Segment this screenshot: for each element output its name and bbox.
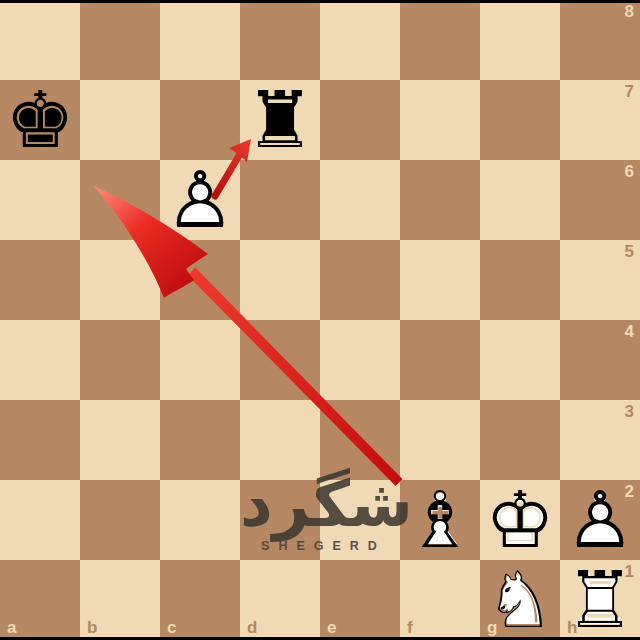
black-rook[interactable]: ♜ <box>240 80 320 160</box>
square-c7[interactable] <box>160 80 240 160</box>
top-border <box>0 0 640 3</box>
square-c8[interactable] <box>160 0 240 80</box>
square-h3[interactable]: 3 <box>560 400 640 480</box>
piece-glyph: ♔ <box>480 480 560 560</box>
square-e7[interactable] <box>320 80 400 160</box>
piece-glyph: ♗ <box>400 480 480 560</box>
square-e1[interactable]: e <box>320 560 400 640</box>
black-king[interactable]: ♚ <box>0 80 80 160</box>
square-h8[interactable]: 8 <box>560 0 640 80</box>
square-b1[interactable]: b <box>80 560 160 640</box>
file-label-a: a <box>7 618 16 638</box>
square-f1[interactable]: f <box>400 560 480 640</box>
piece-glyph: ♜ <box>240 80 320 160</box>
square-g7[interactable] <box>480 80 560 160</box>
square-c5[interactable] <box>160 240 240 320</box>
square-f8[interactable] <box>400 0 480 80</box>
square-h4[interactable]: 4 <box>560 320 640 400</box>
square-g1[interactable]: g♞♘ <box>480 560 560 640</box>
piece-glyph: ♘ <box>480 560 560 640</box>
file-label-c: c <box>167 618 176 638</box>
file-label-b: b <box>87 618 97 638</box>
square-e4[interactable] <box>320 320 400 400</box>
square-c6[interactable]: ♟♙ <box>160 160 240 240</box>
square-f7[interactable] <box>400 80 480 160</box>
chess-board[interactable]: 8♚♜7♟♙6543♝♗♚♔2♟♙abcdefg♞♘h1♜♖ <box>0 0 640 640</box>
square-d1[interactable]: d <box>240 560 320 640</box>
square-g3[interactable] <box>480 400 560 480</box>
piece-glyph: ♖ <box>560 560 640 640</box>
piece-glyph: ♙ <box>560 480 640 560</box>
square-a4[interactable] <box>0 320 80 400</box>
square-a8[interactable] <box>0 0 80 80</box>
file-label-f: f <box>407 618 413 638</box>
square-d5[interactable] <box>240 240 320 320</box>
square-a1[interactable]: a <box>0 560 80 640</box>
rank-label-5: 5 <box>625 242 634 262</box>
square-h6[interactable]: 6 <box>560 160 640 240</box>
square-b7[interactable] <box>80 80 160 160</box>
rank-label-7: 7 <box>625 82 634 102</box>
file-label-d: d <box>247 618 257 638</box>
square-a5[interactable] <box>0 240 80 320</box>
square-b2[interactable] <box>80 480 160 560</box>
square-e6[interactable] <box>320 160 400 240</box>
square-b8[interactable] <box>80 0 160 80</box>
square-g8[interactable] <box>480 0 560 80</box>
square-g4[interactable] <box>480 320 560 400</box>
square-e5[interactable] <box>320 240 400 320</box>
square-h1[interactable]: h1♜♖ <box>560 560 640 640</box>
square-f6[interactable] <box>400 160 480 240</box>
square-c4[interactable] <box>160 320 240 400</box>
chess-diagram: 8♚♜7♟♙6543♝♗♚♔2♟♙abcdefg♞♘h1♜♖ شگرد SHEG… <box>0 0 640 640</box>
square-d3[interactable] <box>240 400 320 480</box>
square-b4[interactable] <box>80 320 160 400</box>
white-rook[interactable]: ♜♖ <box>560 560 640 640</box>
square-e3[interactable] <box>320 400 400 480</box>
square-d2[interactable] <box>240 480 320 560</box>
square-g2[interactable]: ♚♔ <box>480 480 560 560</box>
square-c3[interactable] <box>160 400 240 480</box>
square-f4[interactable] <box>400 320 480 400</box>
square-c2[interactable] <box>160 480 240 560</box>
square-h7[interactable]: 7 <box>560 80 640 160</box>
square-a6[interactable] <box>0 160 80 240</box>
square-f2[interactable]: ♝♗ <box>400 480 480 560</box>
piece-glyph: ♙ <box>160 160 240 240</box>
rank-label-3: 3 <box>625 402 634 422</box>
file-label-e: e <box>327 618 336 638</box>
square-e8[interactable] <box>320 0 400 80</box>
square-b3[interactable] <box>80 400 160 480</box>
rank-label-6: 6 <box>625 162 634 182</box>
square-d7[interactable]: ♜ <box>240 80 320 160</box>
square-f5[interactable] <box>400 240 480 320</box>
square-a2[interactable] <box>0 480 80 560</box>
rank-label-8: 8 <box>625 2 634 22</box>
white-knight[interactable]: ♞♘ <box>480 560 560 640</box>
square-h5[interactable]: 5 <box>560 240 640 320</box>
white-king[interactable]: ♚♔ <box>480 480 560 560</box>
piece-glyph: ♚ <box>0 80 80 160</box>
square-a7[interactable]: ♚ <box>0 80 80 160</box>
square-b5[interactable] <box>80 240 160 320</box>
rank-label-4: 4 <box>625 322 634 342</box>
square-g5[interactable] <box>480 240 560 320</box>
square-d6[interactable] <box>240 160 320 240</box>
square-b6[interactable] <box>80 160 160 240</box>
square-c1[interactable]: c <box>160 560 240 640</box>
square-g6[interactable] <box>480 160 560 240</box>
white-bishop[interactable]: ♝♗ <box>400 480 480 560</box>
white-pawn[interactable]: ♟♙ <box>560 480 640 560</box>
square-f3[interactable] <box>400 400 480 480</box>
square-h2[interactable]: 2♟♙ <box>560 480 640 560</box>
square-d4[interactable] <box>240 320 320 400</box>
square-e2[interactable] <box>320 480 400 560</box>
square-a3[interactable] <box>0 400 80 480</box>
square-d8[interactable] <box>240 0 320 80</box>
white-pawn[interactable]: ♟♙ <box>160 160 240 240</box>
